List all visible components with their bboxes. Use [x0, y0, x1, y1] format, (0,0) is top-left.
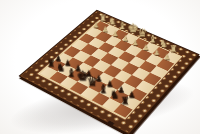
piece-light-pawn: ♟: [112, 31, 118, 38]
piece-dark-bishop: ♝: [98, 83, 108, 94]
piece-light-pawn: ♟: [102, 26, 108, 33]
chess-set-photo: ♜♟♞♟♝♟♚♟♛♟♝♟♟♞♜♟♟♜♞♟♟♝♟♚♟♛♟♝♟♞♟♜: [0, 0, 200, 134]
piece-light-rook: ♜: [99, 13, 107, 22]
piece-light-queen: ♛: [138, 27, 148, 39]
piece-dark-bishop: ♝: [66, 67, 76, 78]
piece-light-pawn: ♟: [92, 22, 98, 29]
piece-light-pawn: ♟: [132, 40, 139, 47]
piece-light-pawn: ♟: [164, 54, 171, 61]
piece-light-pawn: ♟: [153, 49, 160, 56]
piece-light-bishop: ♝: [118, 21, 127, 31]
piece-dark-knight: ♞: [56, 63, 65, 73]
piece-dark-rook: ♜: [46, 59, 55, 69]
piece-light-pawn: ♟: [122, 35, 128, 42]
piece-dark-rook: ♜: [120, 96, 129, 106]
piece-light-bishop: ♝: [148, 34, 157, 44]
piece-dark-queen: ♛: [87, 75, 98, 88]
piece-light-pawn: ♟: [142, 44, 149, 51]
piece-light-knight: ♞: [108, 17, 116, 26]
piece-light-rook: ♜: [169, 44, 177, 53]
piece-dark-knight: ♞: [109, 89, 119, 100]
